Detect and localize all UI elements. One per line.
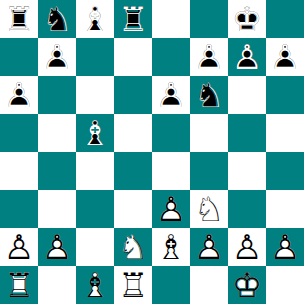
square-e2[interactable]: ♝♗ [152, 228, 190, 266]
square-d2[interactable]: ♞♘ [114, 228, 152, 266]
piece-glyph-outline: ♖ [114, 266, 152, 304]
piece-white-rook[interactable]: ♜♖ [114, 266, 152, 304]
square-g3[interactable] [228, 190, 266, 228]
piece-glyph-outline: ♙ [190, 228, 228, 266]
piece-black-rook[interactable]: ♜♖ [114, 0, 152, 38]
square-b8[interactable]: ♞♘ [38, 0, 76, 38]
square-c5[interactable]: ♝♗ [76, 114, 114, 152]
square-h7[interactable]: ♟♙ [266, 38, 304, 76]
piece-glyph-outline: ♙ [190, 38, 228, 76]
piece-white-pawn[interactable]: ♟♙ [0, 228, 38, 266]
square-f8[interactable] [190, 0, 228, 38]
piece-glyph-outline: ♘ [190, 76, 228, 114]
piece-black-knight[interactable]: ♞♘ [190, 76, 228, 114]
square-b3[interactable] [38, 190, 76, 228]
piece-glyph-outline: ♙ [266, 228, 304, 266]
piece-black-pawn[interactable]: ♟♙ [0, 76, 38, 114]
square-f7[interactable]: ♟♙ [190, 38, 228, 76]
piece-glyph-outline: ♙ [266, 38, 304, 76]
square-a8[interactable]: ♜♖ [0, 0, 38, 38]
square-b6[interactable] [38, 76, 76, 114]
piece-white-bishop[interactable]: ♝♗ [152, 228, 190, 266]
square-d5[interactable] [114, 114, 152, 152]
piece-white-bishop[interactable]: ♝♗ [76, 266, 114, 304]
piece-glyph-outline: ♙ [228, 38, 266, 76]
square-g4[interactable] [228, 152, 266, 190]
square-c7[interactable] [76, 38, 114, 76]
square-b2[interactable]: ♟♙ [38, 228, 76, 266]
square-h8[interactable] [266, 0, 304, 38]
piece-white-pawn[interactable]: ♟♙ [228, 228, 266, 266]
piece-white-king[interactable]: ♚♔ [228, 266, 266, 304]
piece-black-pawn[interactable]: ♟♙ [190, 38, 228, 76]
square-e8[interactable] [152, 0, 190, 38]
piece-black-pawn[interactable]: ♟♙ [266, 38, 304, 76]
piece-white-knight[interactable]: ♞♘ [114, 228, 152, 266]
piece-white-pawn[interactable]: ♟♙ [190, 228, 228, 266]
square-g8[interactable]: ♚♔ [228, 0, 266, 38]
piece-black-bishop[interactable]: ♝♗ [76, 114, 114, 152]
square-f3[interactable]: ♞♘ [190, 190, 228, 228]
square-b4[interactable] [38, 152, 76, 190]
square-b1[interactable] [38, 266, 76, 304]
square-a4[interactable] [0, 152, 38, 190]
piece-white-knight[interactable]: ♞♘ [190, 190, 228, 228]
piece-glyph-outline: ♙ [152, 190, 190, 228]
chess-board: ♜♖♞♘♝♗♜♖♚♔♟♙♟♙♟♙♟♙♟♙♟♙♞♘♝♗♟♙♞♘♟♙♟♙♞♘♝♗♟♙… [0, 0, 304, 304]
square-a5[interactable] [0, 114, 38, 152]
square-c1[interactable]: ♝♗ [76, 266, 114, 304]
square-d8[interactable]: ♜♖ [114, 0, 152, 38]
piece-black-pawn[interactable]: ♟♙ [38, 38, 76, 76]
square-c8[interactable]: ♝♗ [76, 0, 114, 38]
square-f6[interactable]: ♞♘ [190, 76, 228, 114]
square-f1[interactable] [190, 266, 228, 304]
square-f2[interactable]: ♟♙ [190, 228, 228, 266]
square-a6[interactable]: ♟♙ [0, 76, 38, 114]
square-d1[interactable]: ♜♖ [114, 266, 152, 304]
square-g6[interactable] [228, 76, 266, 114]
piece-glyph-outline: ♙ [0, 76, 38, 114]
square-g7[interactable]: ♟♙ [228, 38, 266, 76]
piece-glyph-outline: ♖ [0, 266, 38, 304]
square-g5[interactable] [228, 114, 266, 152]
piece-black-bishop[interactable]: ♝♗ [76, 0, 114, 38]
piece-glyph-outline: ♔ [228, 0, 266, 38]
piece-glyph-outline: ♔ [228, 266, 266, 304]
piece-glyph-outline: ♙ [38, 228, 76, 266]
square-c3[interactable] [76, 190, 114, 228]
square-d4[interactable] [114, 152, 152, 190]
square-h3[interactable] [266, 190, 304, 228]
square-c2[interactable] [76, 228, 114, 266]
piece-glyph-outline: ♘ [190, 190, 228, 228]
piece-black-pawn[interactable]: ♟♙ [152, 76, 190, 114]
square-a1[interactable]: ♜♖ [0, 266, 38, 304]
square-e1[interactable] [152, 266, 190, 304]
piece-black-pawn[interactable]: ♟♙ [228, 38, 266, 76]
piece-black-rook[interactable]: ♜♖ [0, 0, 38, 38]
square-f5[interactable] [190, 114, 228, 152]
square-b5[interactable] [38, 114, 76, 152]
square-e5[interactable] [152, 114, 190, 152]
square-e7[interactable] [152, 38, 190, 76]
piece-white-pawn[interactable]: ♟♙ [38, 228, 76, 266]
square-h6[interactable] [266, 76, 304, 114]
square-h4[interactable] [266, 152, 304, 190]
square-c6[interactable] [76, 76, 114, 114]
square-a7[interactable] [0, 38, 38, 76]
piece-glyph-outline: ♘ [114, 228, 152, 266]
piece-glyph-outline: ♘ [38, 0, 76, 38]
piece-white-rook[interactable]: ♜♖ [0, 266, 38, 304]
square-h2[interactable]: ♟♙ [266, 228, 304, 266]
piece-glyph-outline: ♗ [76, 266, 114, 304]
piece-glyph-outline: ♗ [76, 114, 114, 152]
square-e6[interactable]: ♟♙ [152, 76, 190, 114]
piece-black-knight[interactable]: ♞♘ [38, 0, 76, 38]
square-a3[interactable] [0, 190, 38, 228]
square-h1[interactable] [266, 266, 304, 304]
square-e4[interactable] [152, 152, 190, 190]
square-b7[interactable]: ♟♙ [38, 38, 76, 76]
square-f4[interactable] [190, 152, 228, 190]
piece-white-pawn[interactable]: ♟♙ [152, 190, 190, 228]
square-g2[interactable]: ♟♙ [228, 228, 266, 266]
piece-glyph-outline: ♙ [228, 228, 266, 266]
piece-glyph-outline: ♙ [38, 38, 76, 76]
square-d6[interactable] [114, 76, 152, 114]
piece-glyph-outline: ♖ [0, 0, 38, 38]
square-c4[interactable] [76, 152, 114, 190]
piece-black-king[interactable]: ♚♔ [228, 0, 266, 38]
piece-glyph-outline: ♗ [76, 0, 114, 38]
square-d3[interactable] [114, 190, 152, 228]
piece-glyph-outline: ♙ [152, 76, 190, 114]
square-d7[interactable] [114, 38, 152, 76]
piece-glyph-outline: ♙ [0, 228, 38, 266]
square-e3[interactable]: ♟♙ [152, 190, 190, 228]
piece-white-pawn[interactable]: ♟♙ [266, 228, 304, 266]
square-g1[interactable]: ♚♔ [228, 266, 266, 304]
square-a2[interactable]: ♟♙ [0, 228, 38, 266]
piece-glyph-outline: ♖ [114, 0, 152, 38]
square-h5[interactable] [266, 114, 304, 152]
piece-glyph-outline: ♗ [152, 228, 190, 266]
